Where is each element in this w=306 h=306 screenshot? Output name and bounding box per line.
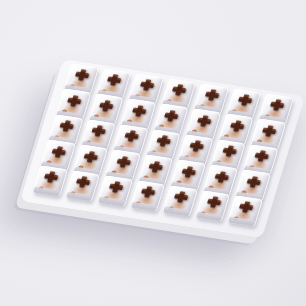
switch-stem-brown bbox=[238, 201, 254, 214]
switch-stem-brown bbox=[213, 170, 229, 183]
switch-housing-clear bbox=[64, 170, 100, 202]
switch-stem-brown bbox=[196, 114, 212, 127]
switch-stem-brown bbox=[75, 175, 91, 188]
keyboard-switch bbox=[32, 170, 67, 197]
switch-stem-brown bbox=[173, 191, 189, 204]
switch-front-face bbox=[98, 197, 125, 207]
switch-stem-brown bbox=[237, 94, 253, 107]
switch-front-face bbox=[33, 187, 60, 197]
switch-stem-brown bbox=[58, 120, 74, 133]
keyboard-switch bbox=[162, 190, 197, 217]
switch-stem-brown bbox=[181, 165, 197, 178]
keyboard-switch bbox=[64, 175, 99, 202]
switch-tester-tray bbox=[20, 59, 305, 238]
switch-stem-brown bbox=[51, 145, 67, 158]
switch-stem-brown bbox=[189, 140, 205, 153]
switch-stem-brown bbox=[246, 175, 262, 188]
switch-front-face bbox=[228, 217, 255, 227]
switch-stem-brown bbox=[261, 124, 277, 137]
switch-housing-clear bbox=[162, 185, 198, 217]
switch-stem-brown bbox=[206, 196, 222, 209]
switch-grid bbox=[32, 68, 294, 226]
switch-housing-clear bbox=[97, 175, 133, 207]
keyboard-switch bbox=[195, 195, 230, 222]
switch-stem-brown bbox=[269, 99, 285, 112]
switch-stem-brown bbox=[131, 104, 147, 117]
switch-stem-brown bbox=[254, 150, 270, 163]
switch-stem-brown bbox=[141, 186, 157, 199]
switch-stem-brown bbox=[171, 84, 187, 97]
switch-stem-brown bbox=[156, 135, 172, 148]
switch-stem-brown bbox=[221, 145, 237, 158]
switch-housing-clear bbox=[195, 190, 231, 222]
switch-stem-brown bbox=[116, 155, 132, 168]
switch-stem-brown bbox=[204, 89, 220, 102]
switch-stem-brown bbox=[43, 170, 59, 183]
switch-front-face bbox=[163, 207, 190, 217]
switch-housing-clear bbox=[227, 195, 263, 227]
keyboard-switch bbox=[130, 185, 165, 212]
switch-housing-clear bbox=[32, 165, 68, 197]
keyboard-switch bbox=[227, 200, 262, 227]
keyboard-switch bbox=[97, 180, 132, 207]
switch-stem-brown bbox=[139, 79, 155, 92]
photo-scene bbox=[0, 0, 306, 306]
switch-stem-brown bbox=[108, 181, 124, 194]
switch-stem-brown bbox=[74, 69, 90, 82]
switch-housing-clear bbox=[130, 180, 166, 212]
switch-stem-brown bbox=[123, 130, 139, 143]
